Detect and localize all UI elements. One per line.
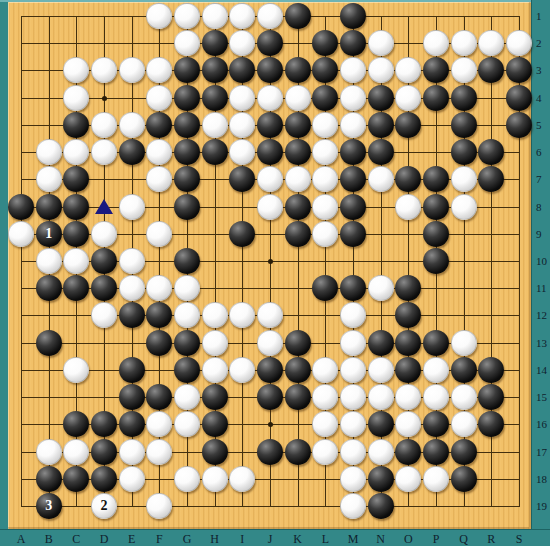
stone-black[interactable]	[285, 194, 311, 220]
stone-black[interactable]	[423, 221, 449, 247]
go-board[interactable]: 132	[8, 2, 531, 529]
stone-white[interactable]	[174, 411, 200, 437]
row-label: 19	[536, 500, 547, 512]
stone-white[interactable]	[340, 112, 366, 138]
stone-black[interactable]	[91, 439, 117, 465]
stone-white[interactable]	[451, 166, 477, 192]
stone-white[interactable]	[229, 3, 255, 29]
stone-white[interactable]	[285, 166, 311, 192]
stone-white[interactable]	[312, 439, 338, 465]
stone-white[interactable]	[146, 221, 172, 247]
column-label: M	[348, 532, 359, 546]
stone-white[interactable]	[229, 357, 255, 383]
stone-black[interactable]	[257, 112, 283, 138]
stone-white[interactable]	[368, 439, 394, 465]
stone-black[interactable]	[368, 330, 394, 356]
column-label: G	[183, 532, 192, 546]
stone-white[interactable]	[146, 275, 172, 301]
stone-white[interactable]	[202, 357, 228, 383]
stone-white[interactable]	[174, 466, 200, 492]
stone-black[interactable]	[368, 112, 394, 138]
stone-black[interactable]	[395, 357, 421, 383]
stone-white[interactable]	[229, 139, 255, 165]
stone-white[interactable]	[36, 166, 62, 192]
stone-white[interactable]	[146, 57, 172, 83]
row-label: 3	[536, 64, 542, 76]
stone-black[interactable]	[340, 194, 366, 220]
stone-white[interactable]	[174, 384, 200, 410]
stone-white[interactable]	[368, 57, 394, 83]
stone-black[interactable]	[423, 57, 449, 83]
stone-white[interactable]	[119, 248, 145, 274]
stone-white[interactable]	[229, 466, 255, 492]
stone-black[interactable]	[368, 139, 394, 165]
stone-black[interactable]	[36, 466, 62, 492]
stone-black[interactable]	[312, 85, 338, 111]
star-point	[102, 96, 107, 101]
stone-black[interactable]	[174, 139, 200, 165]
stone-black[interactable]	[36, 330, 62, 356]
triangle-marker	[95, 199, 113, 214]
stone-white[interactable]	[368, 166, 394, 192]
stone-black[interactable]	[451, 112, 477, 138]
row-label: 9	[536, 228, 542, 240]
stone-black[interactable]	[423, 166, 449, 192]
star-point	[268, 259, 273, 264]
stone-black[interactable]	[395, 112, 421, 138]
stone-black[interactable]	[423, 330, 449, 356]
stone-white[interactable]	[395, 57, 421, 83]
stone-black[interactable]	[312, 30, 338, 56]
stone-white[interactable]	[202, 466, 228, 492]
stone-white[interactable]	[63, 248, 89, 274]
stone-black[interactable]	[91, 411, 117, 437]
row-label: 14	[536, 364, 547, 376]
row-label: 1	[536, 10, 542, 22]
stone-white[interactable]	[146, 3, 172, 29]
stone-white[interactable]	[229, 85, 255, 111]
stone-black[interactable]	[174, 166, 200, 192]
stone-white[interactable]	[257, 85, 283, 111]
column-label: A	[17, 532, 26, 546]
stone-white[interactable]	[478, 30, 504, 56]
stone-black[interactable]	[395, 166, 421, 192]
stone-black[interactable]	[506, 85, 532, 111]
move-number-label: 2	[101, 499, 108, 513]
stone-white[interactable]	[340, 85, 366, 111]
stone-black[interactable]	[63, 466, 89, 492]
stone-white[interactable]	[451, 57, 477, 83]
move-number-label: 1	[45, 227, 52, 241]
star-point	[268, 422, 273, 427]
stone-black[interactable]	[63, 112, 89, 138]
stone-white[interactable]	[146, 166, 172, 192]
row-label: 16	[536, 418, 547, 430]
stone-black[interactable]	[36, 275, 62, 301]
stone-black[interactable]	[423, 439, 449, 465]
stone-white[interactable]	[423, 384, 449, 410]
column-label: B	[45, 532, 53, 546]
stone-white[interactable]	[174, 30, 200, 56]
stone-white[interactable]	[202, 112, 228, 138]
stone-white[interactable]	[395, 194, 421, 220]
stone-white[interactable]	[229, 30, 255, 56]
stone-white[interactable]	[229, 302, 255, 328]
row-label: 7	[536, 173, 542, 185]
row-label: 5	[536, 119, 542, 131]
stone-white[interactable]	[340, 330, 366, 356]
stone-black[interactable]	[423, 248, 449, 274]
stone-black[interactable]	[478, 357, 504, 383]
stone-black[interactable]	[257, 139, 283, 165]
stone-black[interactable]: 1	[36, 221, 62, 247]
stone-black[interactable]	[395, 302, 421, 328]
row-label: 10	[536, 255, 547, 267]
stone-black[interactable]	[91, 248, 117, 274]
column-label: O	[404, 532, 413, 546]
stone-black[interactable]	[285, 384, 311, 410]
stone-black[interactable]	[146, 302, 172, 328]
stone-white[interactable]	[146, 139, 172, 165]
stone-black[interactable]	[119, 411, 145, 437]
stone-white[interactable]	[257, 302, 283, 328]
row-label: 4	[536, 92, 542, 104]
stone-white[interactable]	[312, 411, 338, 437]
column-label: K	[293, 532, 302, 546]
stone-black[interactable]	[119, 302, 145, 328]
stone-black[interactable]	[285, 439, 311, 465]
stone-black[interactable]	[451, 139, 477, 165]
stone-black[interactable]	[63, 275, 89, 301]
stone-black[interactable]	[257, 384, 283, 410]
row-label: 13	[536, 337, 547, 349]
stone-black[interactable]	[174, 248, 200, 274]
stone-white[interactable]	[202, 3, 228, 29]
row-label: 18	[536, 473, 547, 485]
stone-white[interactable]	[395, 466, 421, 492]
stone-white[interactable]	[395, 85, 421, 111]
stone-black[interactable]	[423, 85, 449, 111]
stone-black[interactable]	[146, 330, 172, 356]
stone-black[interactable]: 3	[36, 493, 62, 519]
row-label: 8	[536, 201, 542, 213]
stone-black[interactable]	[368, 85, 394, 111]
right-coordinate-strip	[531, 0, 550, 546]
stone-white[interactable]	[340, 302, 366, 328]
stone-black[interactable]	[395, 439, 421, 465]
stone-white[interactable]	[395, 384, 421, 410]
stone-white[interactable]	[395, 411, 421, 437]
stone-white[interactable]	[312, 357, 338, 383]
stone-black[interactable]	[423, 194, 449, 220]
stone-black[interactable]	[451, 357, 477, 383]
stone-black[interactable]	[285, 330, 311, 356]
stone-white[interactable]	[8, 221, 34, 247]
stone-white[interactable]: 2	[91, 493, 117, 519]
stone-white[interactable]	[340, 411, 366, 437]
stone-black[interactable]	[478, 139, 504, 165]
stone-white[interactable]	[174, 275, 200, 301]
stone-white[interactable]	[91, 112, 117, 138]
stone-white[interactable]	[119, 466, 145, 492]
stone-black[interactable]	[146, 112, 172, 138]
stone-white[interactable]	[119, 439, 145, 465]
stone-black[interactable]	[202, 439, 228, 465]
stone-white[interactable]	[506, 30, 532, 56]
stone-black[interactable]	[119, 139, 145, 165]
stone-white[interactable]	[423, 466, 449, 492]
stone-white[interactable]	[146, 85, 172, 111]
stone-white[interactable]	[119, 275, 145, 301]
stone-white[interactable]	[257, 3, 283, 29]
stone-black[interactable]	[340, 275, 366, 301]
stone-white[interactable]	[63, 139, 89, 165]
stone-black[interactable]	[368, 493, 394, 519]
stone-white[interactable]	[174, 3, 200, 29]
stone-white[interactable]	[451, 384, 477, 410]
stone-white[interactable]	[257, 194, 283, 220]
stone-white[interactable]	[368, 384, 394, 410]
stone-black[interactable]	[174, 357, 200, 383]
stone-black[interactable]	[478, 384, 504, 410]
column-label: H	[210, 532, 219, 546]
stone-white[interactable]	[63, 85, 89, 111]
stone-black[interactable]	[174, 112, 200, 138]
stone-white[interactable]	[312, 139, 338, 165]
column-label: C	[72, 532, 80, 546]
stone-black[interactable]	[478, 411, 504, 437]
stone-black[interactable]	[202, 411, 228, 437]
stone-black[interactable]	[202, 384, 228, 410]
stone-black[interactable]	[257, 57, 283, 83]
stone-black[interactable]	[257, 357, 283, 383]
stone-black[interactable]	[146, 384, 172, 410]
stone-white[interactable]	[451, 330, 477, 356]
stone-white[interactable]	[285, 85, 311, 111]
row-label: 17	[536, 446, 547, 458]
stone-black[interactable]	[257, 439, 283, 465]
stone-black[interactable]	[202, 57, 228, 83]
stone-black[interactable]	[451, 85, 477, 111]
column-label: N	[376, 532, 385, 546]
stone-white[interactable]	[340, 57, 366, 83]
stone-white[interactable]	[340, 439, 366, 465]
row-label: 15	[536, 391, 547, 403]
stone-white[interactable]	[91, 221, 117, 247]
stone-black[interactable]	[63, 221, 89, 247]
stone-black[interactable]	[174, 330, 200, 356]
stone-white[interactable]	[63, 357, 89, 383]
stone-white[interactable]	[340, 357, 366, 383]
go-app-window: 132 ABCDEFGHIJKLMNOPQRS 1234567891011121…	[0, 0, 550, 546]
stone-white[interactable]	[119, 57, 145, 83]
stone-black[interactable]	[119, 384, 145, 410]
stone-black[interactable]	[478, 166, 504, 192]
stone-white[interactable]	[340, 493, 366, 519]
stone-black[interactable]	[451, 439, 477, 465]
stone-white[interactable]	[257, 330, 283, 356]
stone-black[interactable]	[285, 112, 311, 138]
stone-black[interactable]	[91, 275, 117, 301]
stone-white[interactable]	[174, 302, 200, 328]
stone-black[interactable]	[202, 30, 228, 56]
stone-white[interactable]	[63, 439, 89, 465]
row-label: 2	[536, 37, 542, 49]
column-label: R	[487, 532, 495, 546]
move-number-label: 3	[45, 499, 52, 513]
row-label: 6	[536, 146, 542, 158]
stone-black[interactable]	[395, 275, 421, 301]
stone-white[interactable]	[368, 30, 394, 56]
column-label: P	[433, 532, 440, 546]
stone-black[interactable]	[63, 411, 89, 437]
stone-white[interactable]	[146, 411, 172, 437]
stone-white[interactable]	[119, 194, 145, 220]
stone-black[interactable]	[506, 57, 532, 83]
stone-white[interactable]	[340, 466, 366, 492]
column-label: E	[128, 532, 135, 546]
row-label: 11	[536, 282, 547, 294]
column-label: F	[156, 532, 163, 546]
stone-white[interactable]	[312, 112, 338, 138]
stone-black[interactable]	[340, 166, 366, 192]
stone-white[interactable]	[229, 112, 255, 138]
stone-black[interactable]	[340, 3, 366, 29]
stone-white[interactable]	[36, 139, 62, 165]
stone-black[interactable]	[368, 466, 394, 492]
stone-white[interactable]	[202, 302, 228, 328]
stone-black[interactable]	[91, 466, 117, 492]
stone-white[interactable]	[36, 439, 62, 465]
stone-black[interactable]	[8, 194, 34, 220]
stone-black[interactable]	[202, 85, 228, 111]
stone-black[interactable]	[423, 411, 449, 437]
stone-black[interactable]	[506, 112, 532, 138]
column-label: J	[268, 532, 273, 546]
stone-black[interactable]	[285, 357, 311, 383]
stone-black[interactable]	[340, 139, 366, 165]
stone-white[interactable]	[312, 166, 338, 192]
stone-black[interactable]	[229, 221, 255, 247]
column-label: D	[100, 532, 109, 546]
stone-white[interactable]	[36, 248, 62, 274]
stone-black[interactable]	[63, 166, 89, 192]
stone-black[interactable]	[63, 194, 89, 220]
stone-white[interactable]	[146, 493, 172, 519]
stone-black[interactable]	[36, 194, 62, 220]
stone-white[interactable]	[423, 30, 449, 56]
stone-black[interactable]	[174, 194, 200, 220]
stone-white[interactable]	[368, 275, 394, 301]
stone-black[interactable]	[285, 221, 311, 247]
stone-white[interactable]	[368, 357, 394, 383]
stone-black[interactable]	[174, 57, 200, 83]
stone-white[interactable]	[63, 57, 89, 83]
stone-black[interactable]	[285, 139, 311, 165]
stone-black[interactable]	[285, 57, 311, 83]
stone-white[interactable]	[146, 439, 172, 465]
stone-white[interactable]	[312, 194, 338, 220]
stone-white[interactable]	[451, 30, 477, 56]
row-label: 12	[536, 309, 547, 321]
stone-white[interactable]	[119, 112, 145, 138]
stone-white[interactable]	[202, 330, 228, 356]
stone-white[interactable]	[91, 302, 117, 328]
stone-white[interactable]	[91, 57, 117, 83]
stone-black[interactable]	[174, 85, 200, 111]
column-label: L	[322, 532, 329, 546]
stone-black[interactable]	[368, 411, 394, 437]
stone-black[interactable]	[285, 3, 311, 29]
stone-black[interactable]	[312, 275, 338, 301]
stone-black[interactable]	[340, 221, 366, 247]
column-label: I	[240, 532, 244, 546]
stone-black[interactable]	[229, 166, 255, 192]
stone-white[interactable]	[91, 139, 117, 165]
stone-white[interactable]	[312, 221, 338, 247]
stone-white[interactable]	[340, 384, 366, 410]
column-label: Q	[459, 532, 468, 546]
stone-black[interactable]	[119, 357, 145, 383]
stone-white[interactable]	[451, 411, 477, 437]
stone-white[interactable]	[312, 384, 338, 410]
column-label: S	[516, 532, 523, 546]
stone-black[interactable]	[312, 57, 338, 83]
stone-black[interactable]	[478, 57, 504, 83]
stone-white[interactable]	[257, 166, 283, 192]
stone-black[interactable]	[451, 466, 477, 492]
stone-black[interactable]	[395, 330, 421, 356]
stone-white[interactable]	[451, 194, 477, 220]
stone-black[interactable]	[257, 30, 283, 56]
stone-black[interactable]	[340, 30, 366, 56]
stone-black[interactable]	[202, 139, 228, 165]
stone-black[interactable]	[229, 57, 255, 83]
stone-white[interactable]	[423, 357, 449, 383]
